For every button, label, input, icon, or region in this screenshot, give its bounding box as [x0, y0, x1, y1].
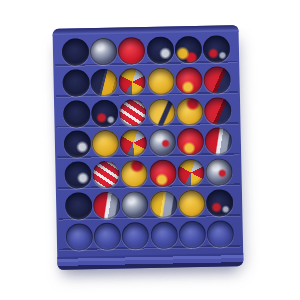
cell-r1c3-red: [118, 37, 146, 65]
cell-r7c1-cup: [65, 223, 93, 251]
cell-r4c6-red-silver: [205, 128, 233, 156]
cell-r6c4-yellow-silver: [150, 191, 178, 219]
cell-r5c6-silver-red: [206, 159, 234, 187]
cell-r7c2-cup: [94, 223, 122, 251]
cell-r2c6-red-dark: [204, 66, 232, 94]
cell-r1c6-dark-red: [203, 35, 231, 63]
cell-r3c1-empty: [63, 100, 91, 128]
cell-r1c2-silver: [90, 38, 118, 66]
cell-r3c2-dark-red: [91, 99, 119, 127]
connect-four-board: [52, 25, 243, 270]
cell-r6c2-red-silver: [93, 192, 121, 220]
cell-r7c5-cup: [179, 221, 207, 249]
cell-r2c4-yellow: [147, 67, 175, 95]
cell-r4c4-silver-red: [148, 129, 176, 157]
cell-r1c5-dark-yellow-red: [175, 36, 203, 64]
cell-r2c3-mix: [119, 68, 147, 96]
cell-r1c4-dark-silver: [146, 36, 174, 64]
cell-r4c2-yellow: [92, 130, 120, 158]
cell-r3c4-yellow-dark: [148, 98, 176, 126]
cell-r3c6-red-dark: [204, 97, 232, 125]
cell-r5c1-dark-silver: [64, 162, 92, 190]
cell-r1c1-empty: [61, 38, 89, 66]
cell-r4c5-red-yellow: [177, 128, 205, 156]
cell-r6c3-silver: [121, 191, 149, 219]
cell-r2c1-empty: [62, 69, 90, 97]
cell-r5c4-red-yellow: [149, 160, 177, 188]
cell-r6c6-dark-red: [206, 189, 234, 217]
cell-r5c2-red-white: [92, 161, 120, 189]
cell-r6c1-empty: [65, 192, 93, 220]
cell-r7c6-cup: [207, 220, 235, 248]
cell-r2c2-dark-yellow: [90, 68, 118, 96]
cell-r3c5-yellow-red: [176, 97, 204, 125]
cell-r5c5-mix: [177, 159, 205, 187]
cell-r4c3-mix: [120, 130, 148, 158]
cell-r7c4-cup: [150, 221, 178, 249]
cell-r6c5-yellow: [178, 190, 206, 218]
cell-r4c1-dark-silver: [63, 131, 91, 159]
cell-r2c5-red-yellow: [175, 67, 203, 95]
cell-r3c3-red-white: [119, 99, 147, 127]
board-grid: [61, 33, 235, 253]
cell-r7c3-cup: [122, 222, 150, 250]
cell-r5c3-yellow-red: [121, 160, 149, 188]
product-photo: [0, 0, 300, 300]
